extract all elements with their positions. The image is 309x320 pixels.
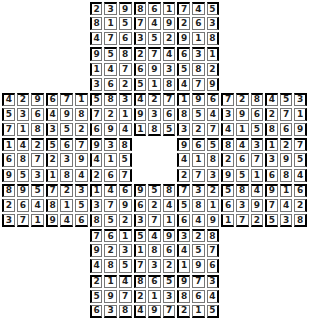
sudoku-cell[interactable]: 9 [207, 214, 220, 227]
sudoku-cell[interactable]: 4 [177, 153, 190, 166]
sudoku-cell[interactable]: 8 [104, 259, 117, 272]
sudoku-cell[interactable]: 7 [31, 153, 44, 166]
sudoku-cell[interactable]: 7 [119, 169, 132, 182]
sudoku-cell[interactable]: 8 [192, 199, 205, 212]
sudoku-cell[interactable]: 5 [17, 169, 30, 182]
sudoku-cell[interactable]: 6 [104, 229, 117, 242]
sudoku-cell[interactable]: 3 [2, 214, 15, 227]
sudoku-cell[interactable]: 9 [134, 184, 147, 197]
sudoku-cell[interactable]: 2 [177, 169, 190, 182]
sudoku-cell[interactable]: 6 [251, 108, 264, 121]
sudoku-cell[interactable]: 6 [148, 275, 161, 288]
sudoku-cell[interactable]: 1 [17, 123, 30, 136]
sudoku-cell[interactable]: 2 [90, 2, 103, 15]
sudoku-cell[interactable]: 8 [177, 108, 190, 121]
sudoku-cell[interactable]: 6 [177, 47, 190, 60]
sudoku-cell[interactable]: 4 [60, 214, 73, 227]
sudoku-cell[interactable]: 4 [192, 2, 205, 15]
sudoku-cell[interactable]: 8 [163, 78, 176, 91]
sudoku-cell[interactable]: 1 [192, 153, 205, 166]
sudoku-cell[interactable]: 3 [119, 244, 132, 257]
sudoku-cell[interactable]: 6 [177, 214, 190, 227]
empty-space [264, 62, 279, 77]
sudoku-cell[interactable]: 9 [104, 290, 117, 303]
sudoku-cell[interactable]: 5 [2, 108, 15, 121]
sudoku-cell[interactable]: 5 [104, 47, 117, 60]
sudoku-cell[interactable]: 6 [104, 169, 117, 182]
sudoku-cell[interactable]: 1 [75, 93, 88, 106]
sudoku-cell[interactable]: 9 [280, 153, 293, 166]
sudoku-cell[interactable]: 1 [148, 290, 161, 303]
sudoku-cell[interactable]: 8 [104, 93, 117, 106]
sudoku-cell[interactable]: 1 [207, 199, 220, 212]
sudoku-cell[interactable]: 2 [163, 32, 176, 45]
sudoku-cell[interactable]: 7 [119, 290, 132, 303]
sudoku-cell[interactable]: 6 [17, 199, 30, 212]
sudoku-cell[interactable]: 9 [90, 244, 103, 257]
sudoku-cell[interactable]: 7 [104, 199, 117, 212]
sudoku-cell[interactable]: 9 [60, 108, 73, 121]
sudoku-cell[interactable]: 3 [163, 63, 176, 76]
sudoku-cell[interactable]: 9 [134, 108, 147, 121]
sudoku-cell[interactable]: 5 [207, 138, 220, 151]
sudoku-cell[interactable]: 3 [119, 93, 132, 106]
sudoku-cell[interactable]: 8 [119, 305, 132, 318]
sudoku-cell[interactable]: 8 [90, 214, 103, 227]
sudoku-cell[interactable]: 7 [46, 184, 59, 197]
sudoku-cell[interactable]: 2 [192, 123, 205, 136]
sudoku-cell[interactable]: 8 [75, 108, 88, 121]
sudoku-cell[interactable]: 3 [75, 184, 88, 197]
sudoku-cell[interactable]: 6 [119, 184, 132, 197]
sudoku-cell[interactable]: 5 [90, 93, 103, 106]
sudoku-cell[interactable]: 4 [134, 93, 147, 106]
sudoku-cell[interactable]: 9 [163, 17, 176, 30]
sudoku-cell[interactable]: 7 [60, 93, 73, 106]
sudoku-cell[interactable]: 2 [207, 184, 220, 197]
sudoku-cell[interactable]: 1 [265, 138, 278, 151]
empty-space [1, 243, 16, 258]
sudoku-cell[interactable]: 5 [148, 184, 161, 197]
sudoku-cell[interactable]: 2 [75, 123, 88, 136]
empty-space [30, 16, 45, 31]
sudoku-cell[interactable]: 5 [46, 138, 59, 151]
sudoku-cell[interactable]: 3 [221, 108, 234, 121]
sudoku-cell[interactable]: 1 [134, 123, 147, 136]
sudoku-cell[interactable]: 8 [251, 93, 264, 106]
empty-space [147, 137, 162, 152]
sudoku-cell[interactable]: 9 [104, 123, 117, 136]
sudoku-cell[interactable]: 4 [90, 259, 103, 272]
sudoku-cell[interactable]: 6 [60, 138, 73, 151]
sudoku-cell[interactable]: 7 [148, 214, 161, 227]
sudoku-cell[interactable]: 5 [148, 32, 161, 45]
sudoku-cell[interactable]: 9 [177, 138, 190, 151]
sudoku-cell[interactable]: 5 [236, 169, 249, 182]
sudoku-cell[interactable]: 6 [207, 259, 220, 272]
sudoku-cell[interactable]: 3 [177, 123, 190, 136]
sudoku-cell[interactable]: 7 [207, 123, 220, 136]
sudoku-cell[interactable]: 9 [177, 32, 190, 45]
sudoku-cell[interactable]: 3 [192, 47, 205, 60]
sudoku-cell[interactable]: 6 [192, 290, 205, 303]
sudoku-cell[interactable]: 7 [294, 138, 307, 151]
sudoku-cell[interactable]: 3 [236, 199, 249, 212]
sudoku-cell[interactable]: 5 [90, 290, 103, 303]
empty-space [16, 304, 31, 319]
sudoku-cell[interactable]: 2 [2, 199, 15, 212]
sudoku-cell[interactable]: 7 [265, 199, 278, 212]
sudoku-cell[interactable]: 4 [17, 138, 30, 151]
sudoku-cell[interactable]: 3 [148, 108, 161, 121]
sudoku-cell[interactable]: 1 [207, 47, 220, 60]
sudoku-cell[interactable]: 2 [134, 290, 147, 303]
sudoku-cell[interactable]: 2 [104, 244, 117, 257]
sudoku-cell[interactable]: 5 [31, 184, 44, 197]
sudoku-cell[interactable]: 1 [104, 17, 117, 30]
sudoku-cell[interactable]: 2 [46, 153, 59, 166]
sudoku-cell[interactable]: 6 [280, 123, 293, 136]
sudoku-cell[interactable]: 1 [31, 214, 44, 227]
sudoku-cell[interactable]: 4 [134, 305, 147, 318]
sudoku-cell[interactable]: 1 [251, 169, 264, 182]
sudoku-cell[interactable]: 2 [163, 259, 176, 272]
sudoku-cell[interactable]: 4 [177, 78, 190, 91]
empty-space [264, 46, 279, 61]
sudoku-cell[interactable]: 2 [60, 184, 73, 197]
sudoku-cell[interactable]: 4 [280, 199, 293, 212]
sudoku-cell[interactable]: 1 [148, 78, 161, 91]
sudoku-cell[interactable]: 6 [134, 199, 147, 212]
sudoku-cell[interactable]: 5 [280, 93, 293, 106]
sudoku-cell[interactable]: 1 [177, 93, 190, 106]
sudoku-cell[interactable]: 3 [31, 169, 44, 182]
sudoku-cell[interactable]: 2 [17, 93, 30, 106]
sudoku-cell[interactable]: 3 [104, 2, 117, 15]
sudoku-cell[interactable]: 6 [192, 17, 205, 30]
sudoku-cell[interactable]: 1 [236, 123, 249, 136]
sudoku-cell[interactable]: 1 [90, 184, 103, 197]
sudoku-cell[interactable]: 9 [177, 275, 190, 288]
sudoku-cell[interactable]: 8 [163, 184, 176, 197]
sudoku-cell[interactable]: 7 [192, 275, 205, 288]
sudoku-cell[interactable]: 8 [294, 214, 307, 227]
sudoku-cell[interactable]: 7 [280, 108, 293, 121]
sudoku-cell[interactable]: 3 [163, 290, 176, 303]
sudoku-cell[interactable]: 7 [163, 305, 176, 318]
sudoku-cell[interactable]: 4 [294, 169, 307, 182]
sudoku-cell[interactable]: 2 [294, 199, 307, 212]
sudoku-cell[interactable]: 1 [60, 199, 73, 212]
sudoku-cell[interactable]: 8 [2, 184, 15, 197]
sudoku-cell[interactable]: 7 [90, 229, 103, 242]
sudoku-cell[interactable]: 3 [192, 184, 205, 197]
sudoku-cell[interactable]: 6 [46, 93, 59, 106]
sudoku-cell[interactable]: 3 [17, 108, 30, 121]
sudoku-cell[interactable]: 8 [192, 63, 205, 76]
sudoku-cell[interactable]: 8 [119, 47, 132, 60]
sudoku-cell[interactable]: 8 [46, 199, 59, 212]
sudoku-cell[interactable]: 4 [265, 93, 278, 106]
empty-space [30, 46, 45, 61]
sudoku-cell[interactable]: 6 [265, 169, 278, 182]
sudoku-cell[interactable]: 2 [177, 17, 190, 30]
sudoku-cell[interactable]: 5 [163, 123, 176, 136]
sudoku-cell[interactable]: 4 [221, 123, 234, 136]
sudoku-cell[interactable]: 5 [207, 2, 220, 15]
sudoku-cell[interactable]: 9 [46, 214, 59, 227]
sudoku-cell[interactable]: 8 [60, 169, 73, 182]
sudoku-cell[interactable]: 5 [134, 229, 147, 242]
sudoku-cell[interactable]: 5 [265, 214, 278, 227]
sudoku-cell[interactable]: 4 [104, 63, 117, 76]
sudoku-cell[interactable]: 2 [236, 93, 249, 106]
sudoku-cell[interactable]: 2 [251, 214, 264, 227]
sudoku-cell[interactable]: 8 [119, 138, 132, 151]
sudoku-cell[interactable]: 9 [251, 199, 264, 212]
sudoku-cell[interactable]: 8 [148, 123, 161, 136]
sudoku-cell[interactable]: 9 [119, 199, 132, 212]
sudoku-cell[interactable]: 5 [134, 78, 147, 91]
sudoku-cell[interactable]: 1 [119, 108, 132, 121]
sudoku-cell[interactable]: 3 [148, 259, 161, 272]
sudoku-cell[interactable]: 8 [134, 275, 147, 288]
sudoku-cell[interactable]: 7 [148, 47, 161, 60]
empty-space [59, 31, 74, 46]
sudoku-cell[interactable]: 6 [148, 2, 161, 15]
sudoku-cell[interactable]: 3 [90, 78, 103, 91]
sudoku-cell[interactable]: 8 [17, 153, 30, 166]
sudoku-cell[interactable]: 9 [17, 184, 30, 197]
sudoku-cell[interactable]: 8 [148, 244, 161, 257]
sudoku-cell[interactable]: 8 [31, 123, 44, 136]
sudoku-cell[interactable]: 4 [163, 47, 176, 60]
sudoku-cell[interactable]: 8 [207, 32, 220, 45]
sudoku-cell[interactable]: 8 [280, 169, 293, 182]
sudoku-cell[interactable]: 9 [207, 78, 220, 91]
sudoku-cell[interactable]: 2 [177, 305, 190, 318]
sudoku-cell[interactable]: 2 [192, 229, 205, 242]
sudoku-cell[interactable]: 6 [221, 199, 234, 212]
sudoku-cell[interactable]: 9 [90, 138, 103, 151]
sudoku-cell[interactable]: 6 [90, 305, 103, 318]
sudoku-cell[interactable]: 5 [119, 259, 132, 272]
sudoku-cell[interactable]: 7 [207, 244, 220, 257]
sudoku-cell[interactable]: 4 [251, 184, 264, 197]
sudoku-cell[interactable]: 5 [192, 244, 205, 257]
sudoku-cell[interactable]: 6 [90, 123, 103, 136]
sudoku-cell[interactable]: 3 [46, 123, 59, 136]
sudoku-cell[interactable]: 9 [75, 153, 88, 166]
sudoku-cell[interactable]: 1 [294, 108, 307, 121]
sudoku-cell[interactable]: 5 [177, 199, 190, 212]
sudoku-cell[interactable]: 7 [134, 17, 147, 30]
sudoku-cell[interactable]: 1 [177, 259, 190, 272]
sudoku-cell[interactable]: 6 [163, 108, 176, 121]
sudoku-cell[interactable]: 2 [134, 47, 147, 60]
sudoku-cell[interactable]: 4 [90, 153, 103, 166]
sudoku-cell[interactable]: 9 [90, 47, 103, 60]
sudoku-cell[interactable]: 4 [119, 275, 132, 288]
sudoku-cell[interactable]: 3 [177, 229, 190, 242]
sudoku-cell[interactable]: 8 [265, 123, 278, 136]
sudoku-cell[interactable]: 2 [31, 138, 44, 151]
sudoku-cell[interactable]: 4 [148, 229, 161, 242]
sudoku-cell[interactable]: 6 [192, 138, 205, 151]
sudoku-cell[interactable]: 3 [90, 199, 103, 212]
sudoku-cell[interactable]: 5 [104, 214, 117, 227]
sudoku-cell[interactable]: 4 [163, 199, 176, 212]
sudoku-cell[interactable]: 7 [177, 184, 190, 197]
sudoku-cell[interactable]: 7 [119, 63, 132, 76]
sudoku-cell[interactable]: 2 [207, 63, 220, 76]
sudoku-cell[interactable]: 9 [294, 123, 307, 136]
sudoku-cell[interactable]: 8 [134, 2, 147, 15]
sudoku-cell[interactable]: 7 [75, 138, 88, 151]
sudoku-cell[interactable]: 3 [104, 138, 117, 151]
sudoku-cell[interactable]: 8 [221, 138, 234, 151]
sudoku-cell[interactable]: 2 [265, 108, 278, 121]
sudoku-cell[interactable]: 9 [2, 169, 15, 182]
sudoku-cell[interactable]: 9 [148, 63, 161, 76]
sudoku-cell[interactable]: 1 [104, 275, 117, 288]
sudoku-cell[interactable]: 6 [163, 244, 176, 257]
sudoku-cell[interactable]: 4 [192, 214, 205, 227]
sudoku-cell[interactable]: 7 [17, 214, 30, 227]
sudoku-cell[interactable]: 4 [177, 244, 190, 257]
sudoku-cell[interactable]: 8 [90, 17, 103, 30]
sudoku-cell[interactable]: 7 [192, 78, 205, 91]
sudoku-cell[interactable]: 3 [294, 93, 307, 106]
sudoku-cell[interactable]: 2 [148, 93, 161, 106]
sudoku-cell[interactable]: 5 [163, 275, 176, 288]
sudoku-cell[interactable]: 3 [134, 32, 147, 45]
sudoku-cell[interactable]: 8 [207, 153, 220, 166]
sudoku-cell[interactable]: 2 [90, 169, 103, 182]
sudoku-cell[interactable]: 5 [177, 63, 190, 76]
sudoku-cell[interactable]: 9 [192, 93, 205, 106]
sudoku-cell[interactable]: 4 [2, 93, 15, 106]
empty-space [16, 16, 31, 31]
sudoku-cell[interactable]: 9 [221, 169, 234, 182]
sudoku-cell[interactable]: 5 [60, 123, 73, 136]
sudoku-cell[interactable]: 4 [90, 32, 103, 45]
sudoku-cell[interactable]: 5 [192, 108, 205, 121]
sudoku-cell[interactable]: 6 [75, 214, 88, 227]
sudoku-cell[interactable]: 9 [119, 2, 132, 15]
sudoku-cell[interactable]: 1 [90, 63, 103, 76]
sudoku-cell[interactable]: 3 [251, 138, 264, 151]
sudoku-cell[interactable]: 9 [31, 93, 44, 106]
sudoku-cell[interactable]: 6 [236, 153, 249, 166]
sudoku-cell[interactable]: 2 [221, 153, 234, 166]
sudoku-cell[interactable]: 3 [265, 153, 278, 166]
sudoku-cell[interactable]: 4 [75, 169, 88, 182]
sudoku-cell[interactable]: 6 [294, 184, 307, 197]
sudoku-cell[interactable]: 4 [31, 199, 44, 212]
sudoku-cell[interactable]: 1 [192, 305, 205, 318]
sudoku-cell[interactable]: 7 [221, 93, 234, 106]
sudoku-cell[interactable]: 6 [31, 108, 44, 121]
sudoku-cell[interactable]: 2 [104, 108, 117, 121]
sudoku-cell[interactable]: 1 [192, 32, 205, 45]
sudoku-cell[interactable]: 7 [236, 214, 249, 227]
sudoku-cell[interactable]: 8 [236, 184, 249, 197]
empty-space [16, 46, 31, 61]
sudoku-cell[interactable]: 2 [90, 275, 103, 288]
sudoku-cell[interactable]: 7 [177, 2, 190, 15]
sudoku-cell[interactable]: 5 [75, 199, 88, 212]
sudoku-cell[interactable]: 1 [104, 153, 117, 166]
sudoku-cell[interactable]: 5 [119, 17, 132, 30]
sudoku-cell[interactable]: 4 [104, 184, 117, 197]
sudoku-cell[interactable]: 3 [207, 169, 220, 182]
sudoku-cell[interactable]: 7 [163, 93, 176, 106]
sudoku-cell[interactable]: 7 [134, 259, 147, 272]
sudoku-cell[interactable]: 7 [192, 169, 205, 182]
sudoku-cell[interactable]: 1 [280, 184, 293, 197]
sudoku-cell[interactable]: 9 [163, 229, 176, 242]
sudoku-cell[interactable]: 9 [148, 305, 161, 318]
sudoku-cell[interactable]: 2 [148, 199, 161, 212]
sudoku-cell[interactable]: 4 [236, 138, 249, 151]
sudoku-cell[interactable]: 8 [177, 290, 190, 303]
sudoku-cell[interactable]: 3 [207, 275, 220, 288]
empty-space [30, 304, 45, 319]
sudoku-cell[interactable]: 3 [134, 214, 147, 227]
sudoku-cell[interactable]: 1 [163, 214, 176, 227]
sudoku-cell[interactable]: 9 [236, 108, 249, 121]
sudoku-cell[interactable]: 2 [280, 138, 293, 151]
sudoku-cell[interactable]: 2 [119, 78, 132, 91]
sudoku-cell[interactable]: 1 [134, 244, 147, 257]
sudoku-cell[interactable]: 7 [251, 153, 264, 166]
sudoku-cell[interactable]: 9 [192, 259, 205, 272]
sudoku-cell[interactable]: 6 [207, 93, 220, 106]
sudoku-cell[interactable]: 4 [46, 108, 59, 121]
sudoku-cell[interactable]: 4 [207, 290, 220, 303]
sudoku-cell[interactable]: 1 [46, 169, 59, 182]
sudoku-cell[interactable]: 6 [2, 153, 15, 166]
sudoku-cell[interactable]: 5 [207, 305, 220, 318]
sudoku-cell[interactable]: 5 [221, 184, 234, 197]
sudoku-cell[interactable]: 4 [148, 17, 161, 30]
sudoku-cell[interactable]: 1 [119, 229, 132, 242]
sudoku-cell[interactable]: 3 [104, 305, 117, 318]
sudoku-cell[interactable]: 5 [294, 153, 307, 166]
sudoku-cell[interactable]: 4 [119, 123, 132, 136]
sudoku-cell[interactable]: 7 [2, 123, 15, 136]
sudoku-cell[interactable]: 3 [60, 153, 73, 166]
sudoku-cell[interactable]: 3 [280, 214, 293, 227]
sudoku-cell[interactable]: 1 [221, 214, 234, 227]
sudoku-cell[interactable]: 1 [2, 138, 15, 151]
empty-space [220, 228, 235, 243]
sudoku-cell[interactable]: 7 [104, 32, 117, 45]
sudoku-cell[interactable]: 1 [163, 2, 176, 15]
sudoku-cell[interactable]: 6 [134, 63, 147, 76]
sudoku-cell[interactable]: 6 [104, 78, 117, 91]
sudoku-cell[interactable]: 3 [207, 17, 220, 30]
sudoku-cell[interactable]: 7 [90, 108, 103, 121]
sudoku-cell[interactable]: 8 [207, 229, 220, 242]
sudoku-cell[interactable]: 5 [119, 153, 132, 166]
sudoku-cell[interactable]: 4 [207, 108, 220, 121]
sudoku-cell[interactable]: 5 [251, 123, 264, 136]
sudoku-cell[interactable]: 6 [119, 32, 132, 45]
sudoku-cell[interactable]: 9 [265, 184, 278, 197]
sudoku-cell[interactable]: 2 [119, 214, 132, 227]
